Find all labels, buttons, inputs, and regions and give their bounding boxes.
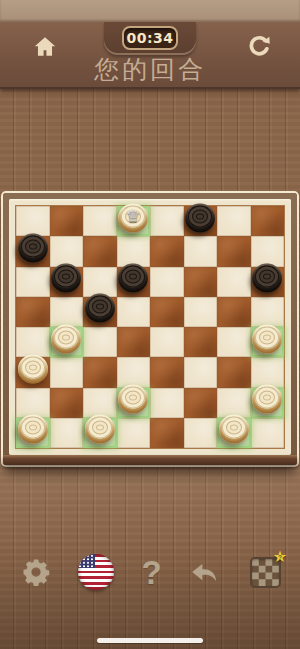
- square-h8[interactable]: [251, 206, 285, 236]
- white-man[interactable]: [51, 324, 81, 353]
- star-badge: ?: [278, 554, 282, 561]
- black-man[interactable]: [85, 294, 115, 323]
- square-h1[interactable]: [251, 418, 285, 448]
- square-d3[interactable]: [117, 357, 151, 387]
- square-a2[interactable]: [16, 388, 50, 418]
- square-a7[interactable]: [16, 236, 50, 266]
- question-mark-icon: ?: [141, 556, 161, 589]
- status-bar-area: [0, 0, 300, 22]
- square-e1[interactable]: [150, 418, 184, 448]
- square-d6[interactable]: [117, 267, 151, 297]
- square-f3[interactable]: [184, 357, 218, 387]
- square-g2[interactable]: [217, 388, 251, 418]
- white-king[interactable]: ♛: [118, 203, 148, 232]
- square-g1[interactable]: [217, 418, 251, 448]
- language-button[interactable]: [78, 554, 114, 590]
- square-a8[interactable]: [16, 206, 50, 236]
- square-h3[interactable]: [251, 357, 285, 387]
- square-g3[interactable]: [217, 357, 251, 387]
- square-h5[interactable]: [251, 297, 285, 327]
- black-man[interactable]: [185, 203, 215, 232]
- square-d2[interactable]: [117, 388, 151, 418]
- square-c5[interactable]: [83, 297, 117, 327]
- flag-canton: [78, 554, 95, 568]
- top-bar: 00:34 您的回合: [0, 22, 300, 89]
- board-themes-button[interactable]: ★ ?: [250, 557, 281, 588]
- square-c6[interactable]: [83, 267, 117, 297]
- square-h6[interactable]: [251, 267, 285, 297]
- checkers-board: ♛: [3, 193, 297, 465]
- square-e6[interactable]: [150, 267, 184, 297]
- black-man[interactable]: [18, 233, 48, 262]
- square-e3[interactable]: [150, 357, 184, 387]
- square-b1[interactable]: [50, 418, 84, 448]
- square-g5[interactable]: [217, 297, 251, 327]
- white-man[interactable]: [252, 385, 282, 414]
- square-f8[interactable]: [184, 206, 218, 236]
- square-g4[interactable]: [217, 327, 251, 357]
- undo-arrow-icon: [189, 557, 223, 587]
- square-a4[interactable]: [16, 327, 50, 357]
- timer: 00:34: [122, 26, 178, 50]
- square-d7[interactable]: [117, 236, 151, 266]
- square-b4[interactable]: [50, 327, 84, 357]
- us-flag-icon: [78, 554, 114, 590]
- square-g6[interactable]: [217, 267, 251, 297]
- crown-icon: ♛: [118, 204, 148, 228]
- square-e5[interactable]: [150, 297, 184, 327]
- square-f4[interactable]: [184, 327, 218, 357]
- square-c7[interactable]: [83, 236, 117, 266]
- square-c1[interactable]: [83, 418, 117, 448]
- square-b2[interactable]: [50, 388, 84, 418]
- square-a1[interactable]: [16, 418, 50, 448]
- settings-button[interactable]: [21, 557, 51, 587]
- square-d8[interactable]: ♛: [117, 206, 151, 236]
- black-man[interactable]: [252, 264, 282, 293]
- square-a5[interactable]: [16, 297, 50, 327]
- square-b3[interactable]: [50, 357, 84, 387]
- bottom-toolbar: ? ★ ?: [0, 551, 300, 593]
- square-e4[interactable]: [150, 327, 184, 357]
- square-f5[interactable]: [184, 297, 218, 327]
- square-d5[interactable]: [117, 297, 151, 327]
- square-d4[interactable]: [117, 327, 151, 357]
- square-e7[interactable]: [150, 236, 184, 266]
- square-e2[interactable]: [150, 388, 184, 418]
- square-g7[interactable]: [217, 236, 251, 266]
- square-c3[interactable]: [83, 357, 117, 387]
- square-h7[interactable]: [251, 236, 285, 266]
- timer-tab: 00:34: [104, 22, 196, 55]
- square-g8[interactable]: [217, 206, 251, 236]
- gear-icon: [21, 557, 51, 587]
- white-man[interactable]: [85, 415, 115, 444]
- square-c2[interactable]: [83, 388, 117, 418]
- turn-status-title: 您的回合: [0, 53, 300, 86]
- square-c8[interactable]: [83, 206, 117, 236]
- square-b7[interactable]: [50, 236, 84, 266]
- board-face: ♛: [9, 199, 291, 455]
- square-c4[interactable]: [83, 327, 117, 357]
- white-man[interactable]: [18, 415, 48, 444]
- white-man[interactable]: [252, 324, 282, 353]
- black-man[interactable]: [51, 264, 81, 293]
- board-grid: ♛: [16, 206, 284, 448]
- square-d1[interactable]: [117, 418, 151, 448]
- undo-button[interactable]: [189, 557, 223, 587]
- square-f2[interactable]: [184, 388, 218, 418]
- checkers-app-screen: 00:34 您的回合 ♛ ?: [0, 0, 300, 649]
- square-f7[interactable]: [184, 236, 218, 266]
- help-button[interactable]: ?: [141, 556, 161, 589]
- square-f1[interactable]: [184, 418, 218, 448]
- board-front-edge: [3, 455, 297, 465]
- square-a3[interactable]: [16, 357, 50, 387]
- home-indicator[interactable]: [97, 638, 203, 643]
- square-b5[interactable]: [50, 297, 84, 327]
- white-man[interactable]: [118, 385, 148, 414]
- square-h2[interactable]: [251, 388, 285, 418]
- square-b8[interactable]: [50, 206, 84, 236]
- square-b6[interactable]: [50, 267, 84, 297]
- black-man[interactable]: [118, 264, 148, 293]
- square-e8[interactable]: [150, 206, 184, 236]
- white-man[interactable]: [18, 354, 48, 383]
- square-a6[interactable]: [16, 267, 50, 297]
- white-man[interactable]: [219, 415, 249, 444]
- square-f6[interactable]: [184, 267, 218, 297]
- square-h4[interactable]: [251, 327, 285, 357]
